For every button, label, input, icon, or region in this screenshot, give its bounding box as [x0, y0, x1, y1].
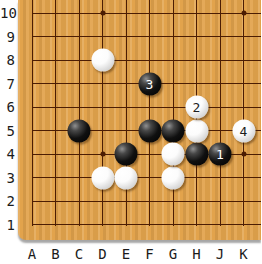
move-number-2: 2 [193, 101, 201, 114]
column-label-E: E [116, 246, 136, 262]
move-number-4: 4 [240, 124, 248, 137]
column-label-D: D [93, 246, 113, 262]
grid-line-col-G [173, 0, 174, 226]
column-label-H: H [187, 246, 207, 262]
row-label-6: 6 [0, 99, 15, 115]
row-label-3: 3 [0, 170, 15, 186]
grid-line-row-3 [32, 177, 262, 178]
black-stone-H4 [185, 143, 208, 166]
white-stone-G3 [162, 166, 185, 189]
black-stone-G5 [162, 119, 185, 142]
row-label-1: 1 [0, 217, 15, 233]
grid-line-col-A [32, 0, 33, 226]
row-label-9: 9 [0, 29, 15, 45]
black-stone-C5 [68, 119, 91, 142]
black-stone-J4: 1 [209, 143, 232, 166]
grid-line-col-F [149, 0, 150, 226]
star-point-D10 [100, 11, 105, 16]
column-label-B: B [46, 246, 66, 262]
white-stone-H5 [185, 119, 208, 142]
grid-line-row-1 [32, 224, 262, 225]
black-stone-F5 [138, 119, 161, 142]
go-board[interactable]: 3124 [18, 0, 261, 240]
column-label-G: G [163, 246, 183, 262]
grid-line-row-10 [32, 13, 262, 14]
column-label-A: A [22, 246, 42, 262]
grid-line-row-9 [32, 36, 262, 37]
grid-line-row-6 [32, 107, 262, 108]
row-label-4: 4 [0, 146, 15, 162]
white-stone-H6: 2 [185, 96, 208, 119]
grid-line-col-C [79, 0, 80, 226]
grid-line-row-8 [32, 60, 262, 61]
column-label-C: C [69, 246, 89, 262]
white-stone-D8 [91, 49, 114, 72]
star-point-D4 [100, 152, 105, 157]
column-label-K: K [234, 246, 254, 262]
move-number-1: 1 [216, 148, 224, 161]
grid-line-row-2 [32, 201, 262, 202]
grid-line-col-E [126, 0, 127, 226]
row-label-5: 5 [0, 123, 15, 139]
white-stone-K5: 4 [232, 119, 255, 142]
grid-line-col-J [220, 0, 221, 226]
row-label-10: 10 [0, 5, 15, 21]
move-number-3: 3 [146, 77, 154, 90]
row-label-8: 8 [0, 52, 15, 68]
row-label-7: 7 [0, 76, 15, 92]
star-point-K10 [241, 11, 246, 16]
column-label-J: J [210, 246, 230, 262]
grid-line-col-D [102, 0, 103, 226]
black-stone-F7: 3 [138, 72, 161, 95]
black-stone-E4 [115, 143, 138, 166]
white-stone-D3 [91, 166, 114, 189]
star-point-K4 [241, 152, 246, 157]
row-label-2: 2 [0, 193, 15, 209]
white-stone-G4 [162, 143, 185, 166]
grid-line-col-K [243, 0, 244, 226]
grid-line-col-B [55, 0, 56, 226]
column-label-F: F [140, 246, 160, 262]
go-board-diagram: 3124 10987654321 ABCDEFGHJK [0, 0, 261, 264]
white-stone-E3 [115, 166, 138, 189]
